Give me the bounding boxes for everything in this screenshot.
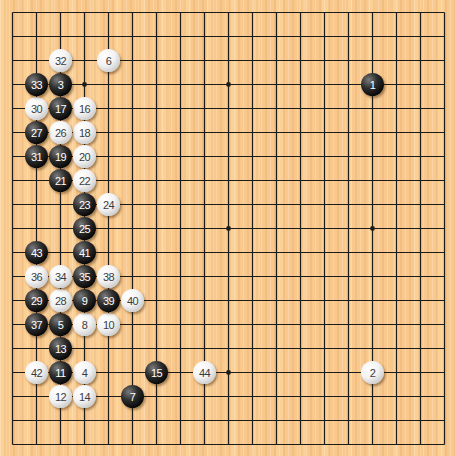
white-stone-10: 10: [97, 313, 120, 336]
white-stone-6: 6: [97, 49, 120, 72]
black-stone-9: 9: [73, 289, 96, 312]
black-stone-1: 1: [361, 73, 384, 96]
black-stone-7: 7: [121, 385, 144, 408]
white-stone-42: 42: [25, 361, 48, 384]
white-stone-18: 18: [73, 121, 96, 144]
white-stone-36: 36: [25, 265, 48, 288]
white-stone-4: 4: [73, 361, 96, 384]
black-stone-19: 19: [49, 145, 72, 168]
black-stone-23: 23: [73, 193, 96, 216]
black-stone-39: 39: [97, 289, 120, 312]
white-stone-26: 26: [49, 121, 72, 144]
black-stone-21: 21: [49, 169, 72, 192]
black-stone-29: 29: [25, 289, 48, 312]
white-stone-40: 40: [121, 289, 144, 312]
white-stone-32: 32: [49, 49, 72, 72]
black-stone-25: 25: [73, 217, 96, 240]
black-stone-31: 31: [25, 145, 48, 168]
black-stone-33: 33: [25, 73, 48, 96]
white-stone-16: 16: [73, 97, 96, 120]
black-stone-37: 37: [25, 313, 48, 336]
white-stone-12: 12: [49, 385, 72, 408]
white-stone-24: 24: [97, 193, 120, 216]
black-stone-43: 43: [25, 241, 48, 264]
white-stone-44: 44: [193, 361, 216, 384]
white-stone-8: 8: [73, 313, 96, 336]
white-stone-30: 30: [25, 97, 48, 120]
go-board[interactable]: 1234567891011121314151617181920212223242…: [0, 0, 455, 456]
black-stone-35: 35: [73, 265, 96, 288]
black-stone-27: 27: [25, 121, 48, 144]
stones-layer: 1234567891011121314151617181920212223242…: [1, 1, 455, 456]
black-stone-17: 17: [49, 97, 72, 120]
black-stone-41: 41: [73, 241, 96, 264]
white-stone-34: 34: [49, 265, 72, 288]
white-stone-38: 38: [97, 265, 120, 288]
black-stone-3: 3: [49, 73, 72, 96]
black-stone-11: 11: [49, 361, 72, 384]
white-stone-14: 14: [73, 385, 96, 408]
white-stone-28: 28: [49, 289, 72, 312]
black-stone-13: 13: [49, 337, 72, 360]
white-stone-2: 2: [361, 361, 384, 384]
white-stone-22: 22: [73, 169, 96, 192]
black-stone-5: 5: [49, 313, 72, 336]
white-stone-20: 20: [73, 145, 96, 168]
black-stone-15: 15: [145, 361, 168, 384]
